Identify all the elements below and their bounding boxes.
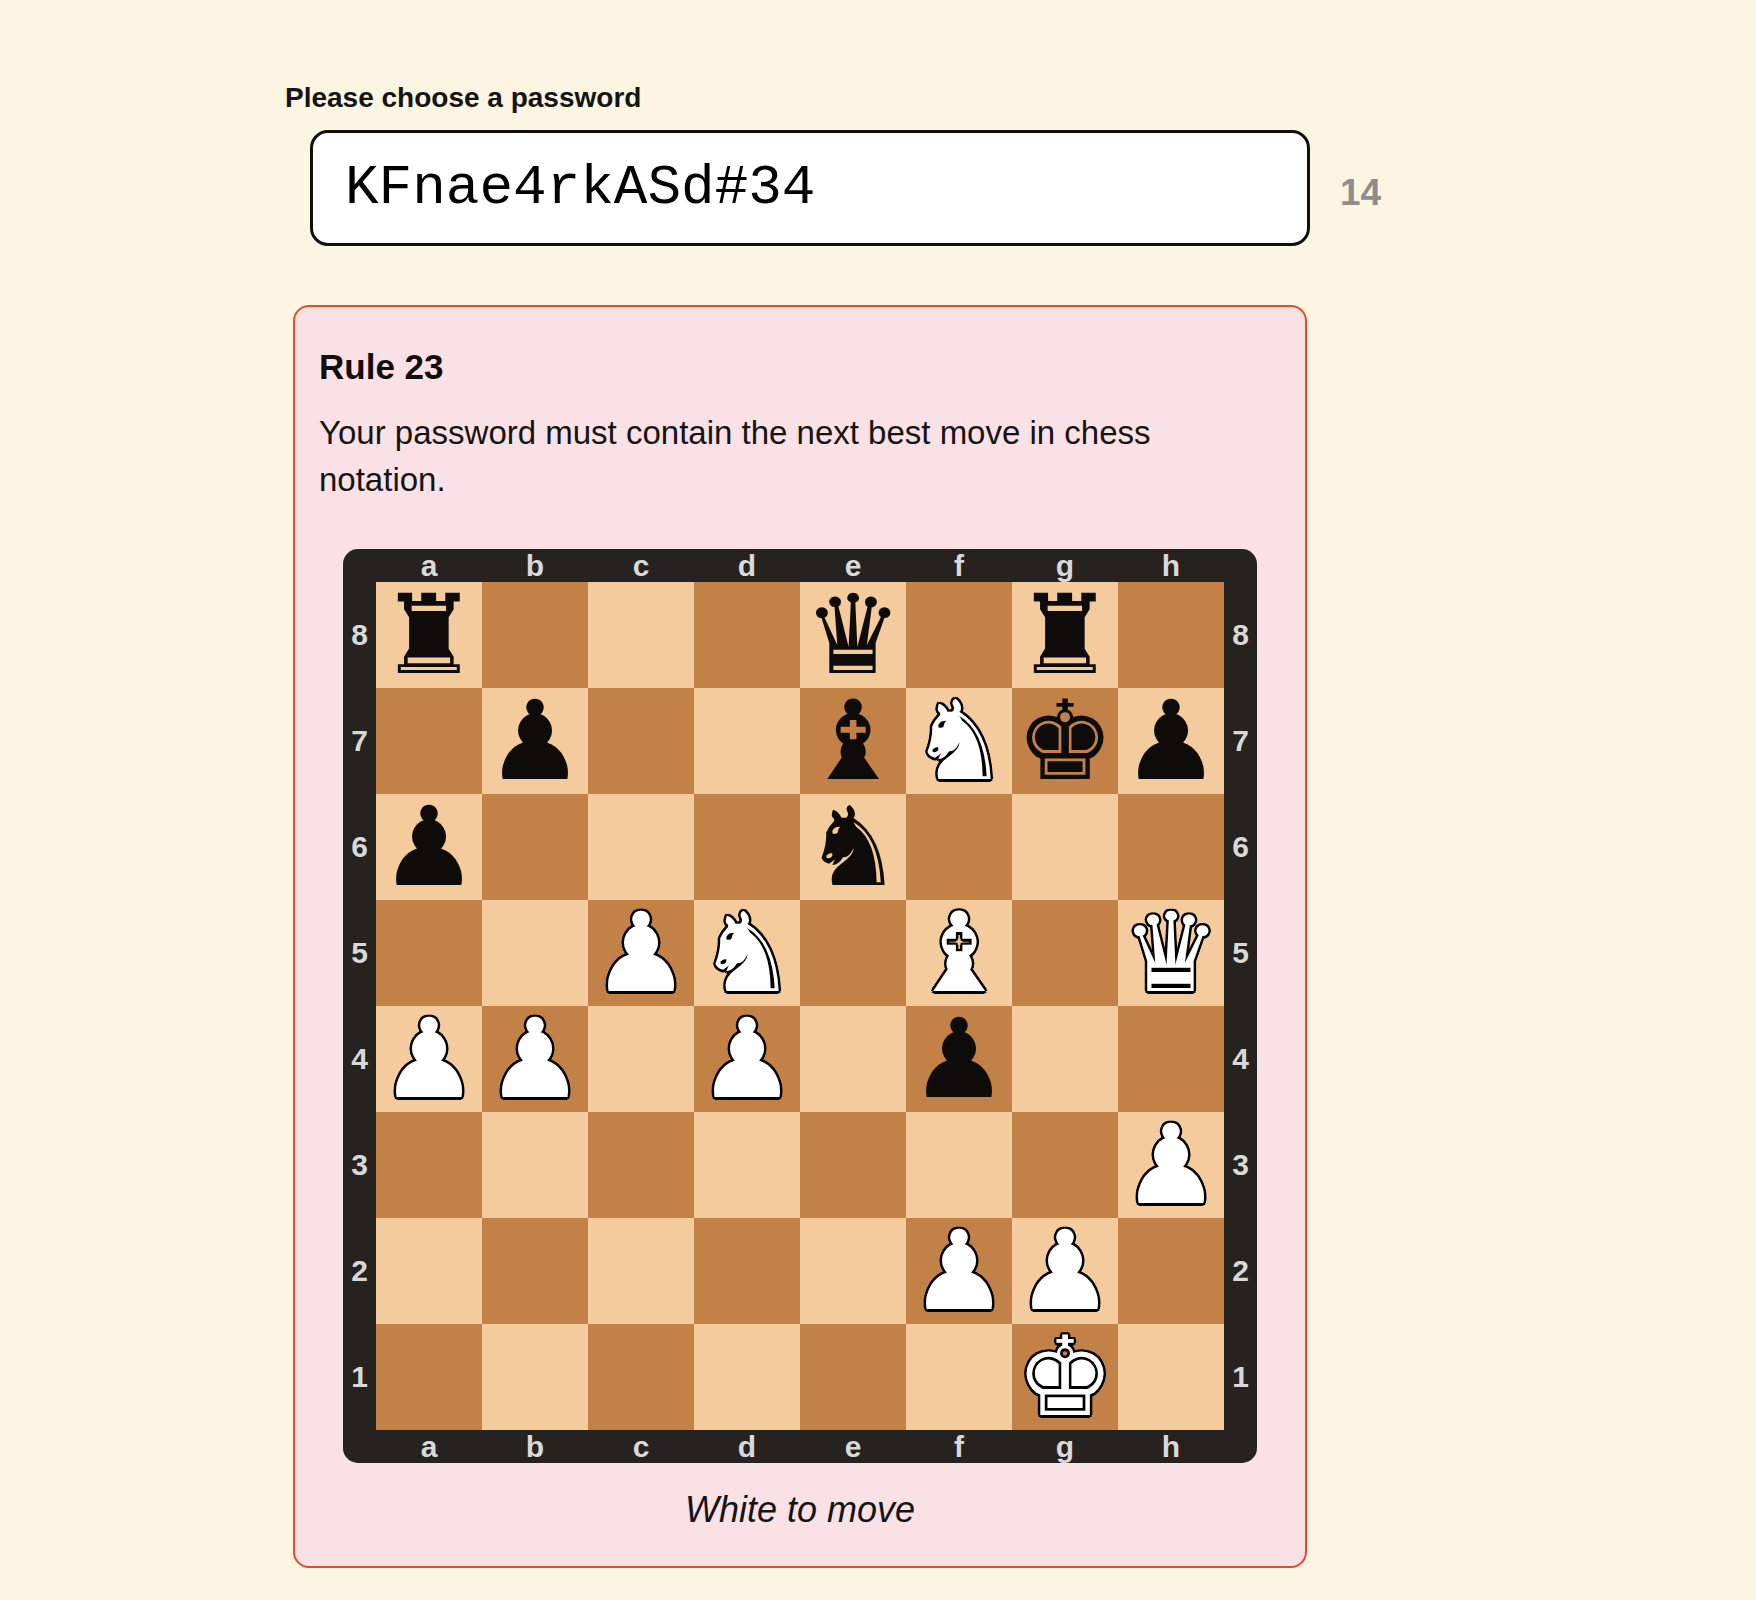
square-g7: ♚ bbox=[1012, 688, 1118, 794]
square-h6 bbox=[1118, 794, 1224, 900]
square-e4 bbox=[800, 1006, 906, 1112]
square-h7: ♟ bbox=[1118, 688, 1224, 794]
rank-label-right-4: 4 bbox=[1224, 1006, 1257, 1112]
square-d5: ♞ bbox=[694, 900, 800, 1006]
square-g3 bbox=[1012, 1112, 1118, 1218]
square-c6 bbox=[588, 794, 694, 900]
square-h3: ♟ bbox=[1118, 1112, 1224, 1218]
piece-white-pawn-g2: ♟ bbox=[1016, 1218, 1115, 1324]
password-char-counter: 14 bbox=[1340, 172, 1381, 214]
square-b6 bbox=[482, 794, 588, 900]
square-f2: ♟ bbox=[906, 1218, 1012, 1324]
square-e3 bbox=[800, 1112, 906, 1218]
square-d8 bbox=[694, 582, 800, 688]
piece-white-king-g1: ♚ bbox=[1016, 1324, 1115, 1430]
square-b5 bbox=[482, 900, 588, 1006]
rank-label-left-4: 4 bbox=[343, 1006, 376, 1112]
file-label-top-f: f bbox=[906, 549, 1012, 582]
file-label-bottom-f: f bbox=[906, 1430, 1012, 1463]
square-g8: ♜ bbox=[1012, 582, 1118, 688]
square-f3 bbox=[906, 1112, 1012, 1218]
square-c1 bbox=[588, 1324, 694, 1430]
rank-label-right-5: 5 bbox=[1224, 900, 1257, 1006]
piece-white-pawn-d4: ♟ bbox=[698, 1006, 797, 1112]
file-label-bottom-a: a bbox=[376, 1430, 482, 1463]
piece-white-bishop-f5: ♝ bbox=[910, 900, 1009, 1006]
square-f8 bbox=[906, 582, 1012, 688]
square-d4: ♟ bbox=[694, 1006, 800, 1112]
square-b8 bbox=[482, 582, 588, 688]
square-e1 bbox=[800, 1324, 906, 1430]
square-d3 bbox=[694, 1112, 800, 1218]
file-label-bottom-c: c bbox=[588, 1430, 694, 1463]
piece-white-pawn-h3: ♟ bbox=[1122, 1112, 1221, 1218]
board-frame-corner bbox=[1224, 549, 1257, 582]
piece-black-knight-e6: ♞ bbox=[804, 794, 903, 900]
piece-black-pawn-h7: ♟ bbox=[1122, 688, 1221, 794]
square-e5 bbox=[800, 900, 906, 1006]
square-h2 bbox=[1118, 1218, 1224, 1324]
square-g4 bbox=[1012, 1006, 1118, 1112]
square-d6 bbox=[694, 794, 800, 900]
password-label: Please choose a password bbox=[285, 82, 641, 114]
file-label-bottom-d: d bbox=[694, 1430, 800, 1463]
piece-white-pawn-f2: ♟ bbox=[910, 1218, 1009, 1324]
square-b2 bbox=[482, 1218, 588, 1324]
square-a2 bbox=[376, 1218, 482, 1324]
file-label-bottom-h: h bbox=[1118, 1430, 1224, 1463]
rule-title: Rule 23 bbox=[319, 347, 1281, 387]
rank-label-right-1: 1 bbox=[1224, 1324, 1257, 1430]
piece-black-pawn-b7: ♟ bbox=[486, 688, 585, 794]
rank-label-left-8: 8 bbox=[343, 582, 376, 688]
square-a7 bbox=[376, 688, 482, 794]
rank-label-right-3: 3 bbox=[1224, 1112, 1257, 1218]
square-d7 bbox=[694, 688, 800, 794]
board-frame-corner bbox=[343, 549, 376, 582]
square-b3 bbox=[482, 1112, 588, 1218]
piece-white-knight-f7: ♞ bbox=[910, 688, 1009, 794]
square-e2 bbox=[800, 1218, 906, 1324]
piece-white-knight-d5: ♞ bbox=[698, 900, 797, 1006]
square-g2: ♟ bbox=[1012, 1218, 1118, 1324]
piece-black-bishop-e7: ♝ bbox=[804, 688, 903, 794]
square-g5 bbox=[1012, 900, 1118, 1006]
square-c2 bbox=[588, 1218, 694, 1324]
piece-black-rook-g8: ♜ bbox=[1016, 582, 1115, 688]
square-c4 bbox=[588, 1006, 694, 1112]
rank-label-left-7: 7 bbox=[343, 688, 376, 794]
file-label-bottom-g: g bbox=[1012, 1430, 1118, 1463]
file-label-top-c: c bbox=[588, 549, 694, 582]
square-h8 bbox=[1118, 582, 1224, 688]
square-a8: ♜ bbox=[376, 582, 482, 688]
square-a3 bbox=[376, 1112, 482, 1218]
piece-black-pawn-a6: ♟ bbox=[380, 794, 479, 900]
piece-white-pawn-b4: ♟ bbox=[486, 1006, 585, 1112]
square-a6: ♟ bbox=[376, 794, 482, 900]
square-b7: ♟ bbox=[482, 688, 588, 794]
square-g6 bbox=[1012, 794, 1118, 900]
rank-label-left-2: 2 bbox=[343, 1218, 376, 1324]
rank-label-right-2: 2 bbox=[1224, 1218, 1257, 1324]
square-f4: ♟ bbox=[906, 1006, 1012, 1112]
square-g1: ♚ bbox=[1012, 1324, 1118, 1430]
square-b4: ♟ bbox=[482, 1006, 588, 1112]
piece-black-queen-e8: ♛ bbox=[804, 582, 903, 688]
piece-black-rook-a8: ♜ bbox=[380, 582, 479, 688]
password-value: KFnae4rkASd#34 bbox=[345, 156, 815, 220]
rank-label-right-7: 7 bbox=[1224, 688, 1257, 794]
board-frame-corner bbox=[343, 1430, 376, 1463]
square-e7: ♝ bbox=[800, 688, 906, 794]
board-frame-corner bbox=[1224, 1430, 1257, 1463]
password-input[interactable]: KFnae4rkASd#34 bbox=[310, 130, 1310, 246]
square-b1 bbox=[482, 1324, 588, 1430]
file-label-top-h: h bbox=[1118, 549, 1224, 582]
square-d2 bbox=[694, 1218, 800, 1324]
file-label-top-b: b bbox=[482, 549, 588, 582]
rank-label-right-6: 6 bbox=[1224, 794, 1257, 900]
square-c5: ♟ bbox=[588, 900, 694, 1006]
rank-label-left-5: 5 bbox=[343, 900, 376, 1006]
square-a5 bbox=[376, 900, 482, 1006]
piece-white-queen-h5: ♛ bbox=[1122, 900, 1221, 1006]
square-a4: ♟ bbox=[376, 1006, 482, 1112]
piece-black-king-g7: ♚ bbox=[1016, 688, 1115, 794]
file-label-bottom-b: b bbox=[482, 1430, 588, 1463]
square-c3 bbox=[588, 1112, 694, 1218]
piece-white-pawn-a4: ♟ bbox=[380, 1006, 479, 1112]
square-f1 bbox=[906, 1324, 1012, 1430]
square-a1 bbox=[376, 1324, 482, 1430]
piece-white-pawn-c5: ♟ bbox=[592, 900, 691, 1006]
chess-board: abcdefgh8♜♛♜87♟♝♞♚♟76♟♞65♟♞♝♛54♟♟♟♟43♟32… bbox=[343, 549, 1257, 1463]
square-h1 bbox=[1118, 1324, 1224, 1430]
rule-description: Your password must contain the next best… bbox=[319, 409, 1199, 503]
rule-card: Rule 23 Your password must contain the n… bbox=[293, 305, 1307, 1568]
piece-black-pawn-f4: ♟ bbox=[910, 1006, 1009, 1112]
rank-label-left-6: 6 bbox=[343, 794, 376, 900]
square-e8: ♛ bbox=[800, 582, 906, 688]
rank-label-right-8: 8 bbox=[1224, 582, 1257, 688]
file-label-top-d: d bbox=[694, 549, 800, 582]
square-d1 bbox=[694, 1324, 800, 1430]
square-c8 bbox=[588, 582, 694, 688]
rank-label-left-3: 3 bbox=[343, 1112, 376, 1218]
square-f7: ♞ bbox=[906, 688, 1012, 794]
square-f6 bbox=[906, 794, 1012, 900]
square-c7 bbox=[588, 688, 694, 794]
square-f5: ♝ bbox=[906, 900, 1012, 1006]
square-h5: ♛ bbox=[1118, 900, 1224, 1006]
square-e6: ♞ bbox=[800, 794, 906, 900]
file-label-bottom-e: e bbox=[800, 1430, 906, 1463]
square-h4 bbox=[1118, 1006, 1224, 1112]
to-move-label: White to move bbox=[319, 1489, 1281, 1531]
rank-label-left-1: 1 bbox=[343, 1324, 376, 1430]
